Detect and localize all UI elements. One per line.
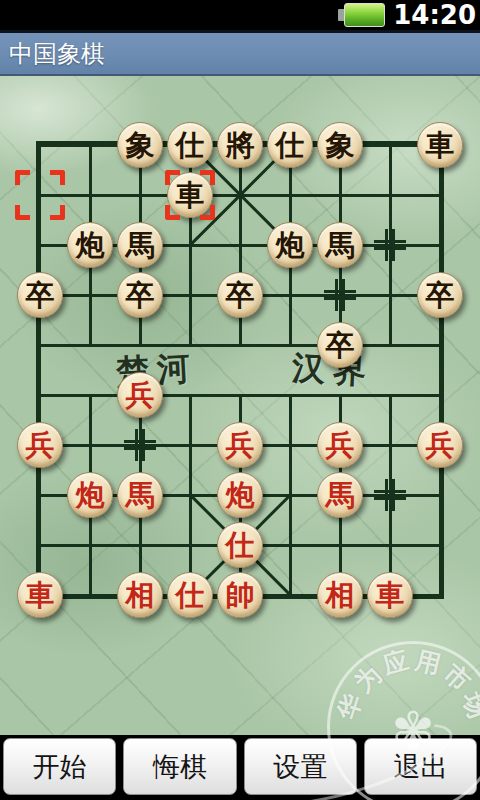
app-root: 14:20 中国象棋 楚河 汉界 象仕將仕象車車炮馬炮馬卒卒卒卒卒兵兵兵兵兵炮馬… <box>0 0 480 800</box>
piece-red-chariot[interactable]: 車 <box>367 572 413 618</box>
piece-black-cannon[interactable]: 炮 <box>267 222 313 268</box>
piece-black-horse[interactable]: 馬 <box>117 222 163 268</box>
point-marker <box>324 279 356 311</box>
piece-black-elephant[interactable]: 象 <box>317 122 363 168</box>
piece-black-advisor[interactable]: 仕 <box>267 122 313 168</box>
piece-black-soldier[interactable]: 卒 <box>417 272 463 318</box>
exit-button[interactable]: 退出 <box>364 738 477 795</box>
piece-red-chariot[interactable]: 車 <box>17 572 63 618</box>
piece-red-soldier[interactable]: 兵 <box>317 422 363 468</box>
app-title: 中国象棋 <box>0 38 105 70</box>
piece-black-horse[interactable]: 馬 <box>317 222 363 268</box>
piece-red-elephant[interactable]: 相 <box>117 572 163 618</box>
settings-button[interactable]: 设置 <box>244 738 357 795</box>
piece-black-soldier[interactable]: 卒 <box>217 272 263 318</box>
piece-red-advisor[interactable]: 仕 <box>217 522 263 568</box>
piece-red-general[interactable]: 帥 <box>217 572 263 618</box>
board-area: 楚河 汉界 象仕將仕象車車炮馬炮馬卒卒卒卒卒兵兵兵兵兵炮馬炮馬仕車相仕帥相車 <box>0 76 480 735</box>
xiangqi-board[interactable]: 楚河 汉界 象仕將仕象車車炮馬炮馬卒卒卒卒卒兵兵兵兵兵炮馬炮馬仕車相仕帥相車 <box>40 145 440 595</box>
point-marker <box>124 429 156 461</box>
status-bar: 14:20 <box>0 0 480 30</box>
piece-red-horse[interactable]: 馬 <box>317 472 363 518</box>
title-bar: 中国象棋 <box>0 30 480 76</box>
piece-red-cannon[interactable]: 炮 <box>217 472 263 518</box>
piece-black-soldier[interactable]: 卒 <box>117 272 163 318</box>
piece-red-horse[interactable]: 馬 <box>117 472 163 518</box>
last-move-marker <box>165 170 215 220</box>
clock-time: 14:20 <box>393 0 476 30</box>
piece-red-soldier[interactable]: 兵 <box>217 422 263 468</box>
undo-button[interactable]: 悔棋 <box>123 738 236 795</box>
battery-level-fill <box>344 3 385 27</box>
piece-red-soldier[interactable]: 兵 <box>417 422 463 468</box>
piece-black-chariot[interactable]: 車 <box>417 122 463 168</box>
piece-black-cannon[interactable]: 炮 <box>67 222 113 268</box>
piece-red-elephant[interactable]: 相 <box>317 572 363 618</box>
point-marker <box>374 479 406 511</box>
battery-icon <box>338 3 385 27</box>
point-marker <box>374 229 406 261</box>
piece-black-advisor[interactable]: 仕 <box>167 122 213 168</box>
piece-red-soldier[interactable]: 兵 <box>117 372 163 418</box>
piece-black-soldier[interactable]: 卒 <box>317 322 363 368</box>
piece-red-advisor[interactable]: 仕 <box>167 572 213 618</box>
piece-red-soldier[interactable]: 兵 <box>17 422 63 468</box>
piece-red-cannon[interactable]: 炮 <box>67 472 113 518</box>
piece-black-soldier[interactable]: 卒 <box>17 272 63 318</box>
start-button[interactable]: 开始 <box>3 738 116 795</box>
piece-black-general[interactable]: 將 <box>217 122 263 168</box>
bottom-button-bar: 开始 悔棋 设置 退出 <box>0 735 480 800</box>
piece-black-elephant[interactable]: 象 <box>117 122 163 168</box>
last-move-marker <box>15 170 65 220</box>
